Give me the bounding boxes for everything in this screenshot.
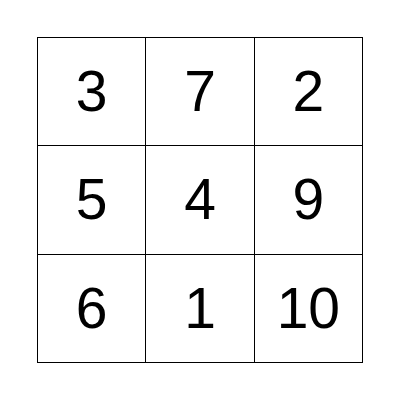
cell-r3c3[interactable]: 10: [255, 255, 362, 362]
cell-r1c2[interactable]: 7: [146, 38, 253, 145]
cell-r1c3[interactable]: 2: [255, 38, 362, 145]
cell-r3c1[interactable]: 6: [38, 255, 145, 362]
cell-r2c3[interactable]: 9: [255, 146, 362, 253]
cell-r2c1[interactable]: 5: [38, 146, 145, 253]
board: 3 7 2 5 4 9 6 1 10: [37, 37, 363, 363]
cell-r1c1[interactable]: 3: [38, 38, 145, 145]
cell-r2c2[interactable]: 4: [146, 146, 253, 253]
cell-r3c2[interactable]: 1: [146, 255, 253, 362]
